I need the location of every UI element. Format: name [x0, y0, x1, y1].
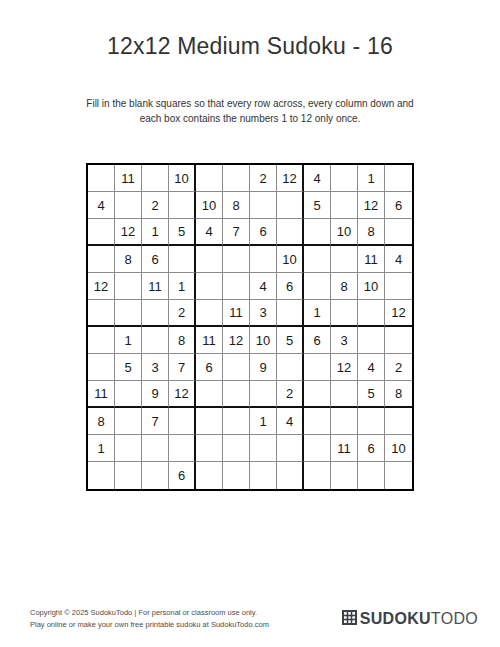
grid-cell: 10: [169, 165, 196, 192]
grid-cell: 1: [304, 300, 331, 327]
grid-cell: 8: [169, 327, 196, 354]
grid-cell[interactable]: [277, 354, 304, 381]
grid-cell[interactable]: [304, 219, 331, 246]
grid-cell[interactable]: [115, 408, 142, 435]
grid-cell: 10: [385, 435, 412, 462]
sudokutodo-logo: SUDOKUTODO: [342, 610, 478, 629]
grid-cell: 10: [250, 327, 277, 354]
grid-cell: 11: [196, 327, 223, 354]
grid-cell: 2: [250, 165, 277, 192]
grid-cell[interactable]: [223, 408, 250, 435]
grid-cell: 6: [142, 246, 169, 273]
grid-cell: 12: [358, 192, 385, 219]
grid-cell[interactable]: [169, 192, 196, 219]
grid-cell[interactable]: [304, 462, 331, 489]
grid-icon: [342, 610, 357, 629]
grid-cell: 1: [142, 219, 169, 246]
instructions: Fill in the blank squares so that every …: [0, 96, 500, 126]
grid-cell[interactable]: [88, 462, 115, 489]
grid-cell[interactable]: [331, 300, 358, 327]
grid-cell: 3: [250, 300, 277, 327]
grid-cell: 6: [385, 192, 412, 219]
grid-cell: 11: [115, 165, 142, 192]
grid-cell: 9: [142, 381, 169, 408]
grid-cell: 11: [358, 246, 385, 273]
grid-cell[interactable]: [331, 246, 358, 273]
grid-cell: 6: [169, 462, 196, 489]
grid-cell: 6: [358, 435, 385, 462]
grid-cell: 8: [331, 273, 358, 300]
grid-cell: 11: [142, 273, 169, 300]
grid-cell: 12: [115, 219, 142, 246]
grid-cell[interactable]: [304, 354, 331, 381]
grid-cell[interactable]: [223, 354, 250, 381]
grid-cell: 6: [250, 219, 277, 246]
grid-cell[interactable]: [196, 462, 223, 489]
instructions-line-1: Fill in the blank squares so that every …: [0, 96, 500, 111]
grid-cell[interactable]: [385, 408, 412, 435]
grid-cell: 1: [169, 273, 196, 300]
grid-cell[interactable]: [358, 462, 385, 489]
grid-cell: 4: [88, 192, 115, 219]
grid-cell[interactable]: [223, 381, 250, 408]
grid-cell[interactable]: [331, 192, 358, 219]
copyright-text: Copyright © 2025 SudokuTodo | For person…: [30, 607, 269, 631]
page: 12x12 Medium Sudoku - 16 Fill in the bla…: [0, 0, 500, 647]
grid-cell[interactable]: [304, 408, 331, 435]
grid-cell[interactable]: [358, 300, 385, 327]
grid-cell[interactable]: [277, 219, 304, 246]
grid-wrapper: 1110212414210851261215476108861011412111…: [0, 163, 500, 491]
grid-cell: 2: [277, 381, 304, 408]
grid-cell: 5: [169, 219, 196, 246]
grid-cell: 10: [358, 273, 385, 300]
grid-cell[interactable]: [88, 165, 115, 192]
grid-cell[interactable]: [331, 381, 358, 408]
grid-cell[interactable]: [223, 273, 250, 300]
grid-cell[interactable]: [304, 381, 331, 408]
grid-cell[interactable]: [304, 273, 331, 300]
grid-cell[interactable]: [88, 246, 115, 273]
grid-cell: 1: [88, 435, 115, 462]
grid-cell[interactable]: [223, 435, 250, 462]
grid-cell: 4: [250, 273, 277, 300]
grid-cell: 12: [88, 273, 115, 300]
grid-cell[interactable]: [115, 435, 142, 462]
grid-cell: 3: [142, 354, 169, 381]
grid-cell: 1: [250, 408, 277, 435]
grid-cell[interactable]: [331, 462, 358, 489]
grid-cell: 11: [223, 300, 250, 327]
grid-cell: 12: [223, 327, 250, 354]
grid-cell[interactable]: [196, 408, 223, 435]
grid-cell: 10: [277, 246, 304, 273]
grid-cell[interactable]: [358, 327, 385, 354]
grid-cell: 10: [196, 192, 223, 219]
grid-cell[interactable]: [358, 408, 385, 435]
grid-cell[interactable]: [250, 381, 277, 408]
logo-text-light: TODO: [431, 610, 478, 627]
grid-cell: 2: [385, 354, 412, 381]
grid-cell[interactable]: [250, 462, 277, 489]
grid-cell[interactable]: [277, 192, 304, 219]
grid-cell[interactable]: [385, 273, 412, 300]
grid-cell: 2: [169, 300, 196, 327]
grid-cell[interactable]: [142, 165, 169, 192]
grid-cell: 7: [142, 408, 169, 435]
grid-cell[interactable]: [277, 462, 304, 489]
grid-cell[interactable]: [196, 300, 223, 327]
grid-cell[interactable]: [88, 300, 115, 327]
grid-cell[interactable]: [88, 219, 115, 246]
grid-cell: 4: [304, 165, 331, 192]
grid-cell[interactable]: [142, 300, 169, 327]
grid-cell: 12: [331, 354, 358, 381]
grid-cell[interactable]: [277, 300, 304, 327]
page-title: 12x12 Medium Sudoku - 16: [0, 33, 500, 60]
grid-cell: 1: [358, 165, 385, 192]
grid-cell: 4: [277, 408, 304, 435]
grid-cell[interactable]: [88, 354, 115, 381]
grid-cell: 11: [331, 435, 358, 462]
grid-cell[interactable]: [115, 273, 142, 300]
grid-cell[interactable]: [304, 246, 331, 273]
grid-cell[interactable]: [196, 435, 223, 462]
grid-cell[interactable]: [223, 165, 250, 192]
grid-cell[interactable]: [115, 381, 142, 408]
grid-cell: 1: [115, 327, 142, 354]
grid-cell[interactable]: [385, 219, 412, 246]
grid-cell: 10: [331, 219, 358, 246]
grid-cell[interactable]: [115, 300, 142, 327]
footer: Copyright © 2025 SudokuTodo | For person…: [30, 607, 478, 631]
logo-text-bold: SUDOKU: [360, 610, 431, 627]
grid-cell: 6: [304, 327, 331, 354]
grid-cell: 4: [385, 246, 412, 273]
grid-cell[interactable]: [250, 192, 277, 219]
grid-cell[interactable]: [223, 462, 250, 489]
grid-cell: 8: [115, 246, 142, 273]
grid-cell: 4: [358, 354, 385, 381]
grid-cell: 8: [358, 219, 385, 246]
grid-cell: 5: [115, 354, 142, 381]
grid-cell[interactable]: [115, 192, 142, 219]
grid-cell: 5: [358, 381, 385, 408]
grid-cell[interactable]: [196, 381, 223, 408]
grid-cell: 8: [385, 381, 412, 408]
grid-cell: 4: [196, 219, 223, 246]
grid-cell[interactable]: [196, 273, 223, 300]
grid-cell: 8: [88, 408, 115, 435]
grid-cell: 6: [277, 273, 304, 300]
grid-cell[interactable]: [142, 327, 169, 354]
copyright-line-1: Copyright © 2025 SudokuTodo | For person…: [30, 607, 269, 619]
grid-cell[interactable]: [331, 408, 358, 435]
grid-cell: 12: [385, 300, 412, 327]
sudoku-grid: 1110212414210851261215476108861011412111…: [86, 163, 414, 491]
grid-cell: 8: [223, 192, 250, 219]
grid-cell: 12: [277, 165, 304, 192]
grid-cell[interactable]: [277, 435, 304, 462]
grid-cell: 6: [196, 354, 223, 381]
grid-cell[interactable]: [304, 435, 331, 462]
grid-cell: 12: [169, 381, 196, 408]
grid-cell: 3: [331, 327, 358, 354]
grid-cell: 2: [142, 192, 169, 219]
grid-cell[interactable]: [250, 435, 277, 462]
instructions-line-2: each box contains the numbers 1 to 12 on…: [0, 111, 500, 126]
grid-cell: 11: [88, 381, 115, 408]
grid-cell[interactable]: [385, 462, 412, 489]
grid-cell[interactable]: [196, 246, 223, 273]
grid-cell[interactable]: [142, 462, 169, 489]
grid-cell: 7: [169, 354, 196, 381]
grid-cell: 5: [277, 327, 304, 354]
grid-cell[interactable]: [88, 327, 115, 354]
grid-cell[interactable]: [142, 435, 169, 462]
grid-cell[interactable]: [169, 246, 196, 273]
logo-text: SUDOKUTODO: [360, 610, 478, 628]
grid-cell: 5: [304, 192, 331, 219]
grid-cell: 7: [223, 219, 250, 246]
grid-cell[interactable]: [115, 462, 142, 489]
grid-cell: 9: [250, 354, 277, 381]
grid-cell[interactable]: [169, 435, 196, 462]
grid-cell[interactable]: [331, 165, 358, 192]
grid-cell[interactable]: [385, 165, 412, 192]
grid-cell[interactable]: [385, 327, 412, 354]
copyright-line-2: Play online or make your own free printa…: [30, 619, 269, 631]
grid-cell[interactable]: [196, 165, 223, 192]
grid-cell[interactable]: [250, 246, 277, 273]
grid-cell[interactable]: [169, 408, 196, 435]
grid-cell[interactable]: [223, 246, 250, 273]
